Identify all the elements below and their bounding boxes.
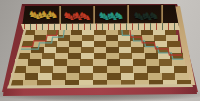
photo-vintage-game-box: ♞♞♞♞♞♞♞♞ ♞♞♞♞♞♞♞♞♞ ♞♞♞♞♞♞♞♞ ♞♞♞♞♞♞♞♞ [0, 0, 200, 101]
